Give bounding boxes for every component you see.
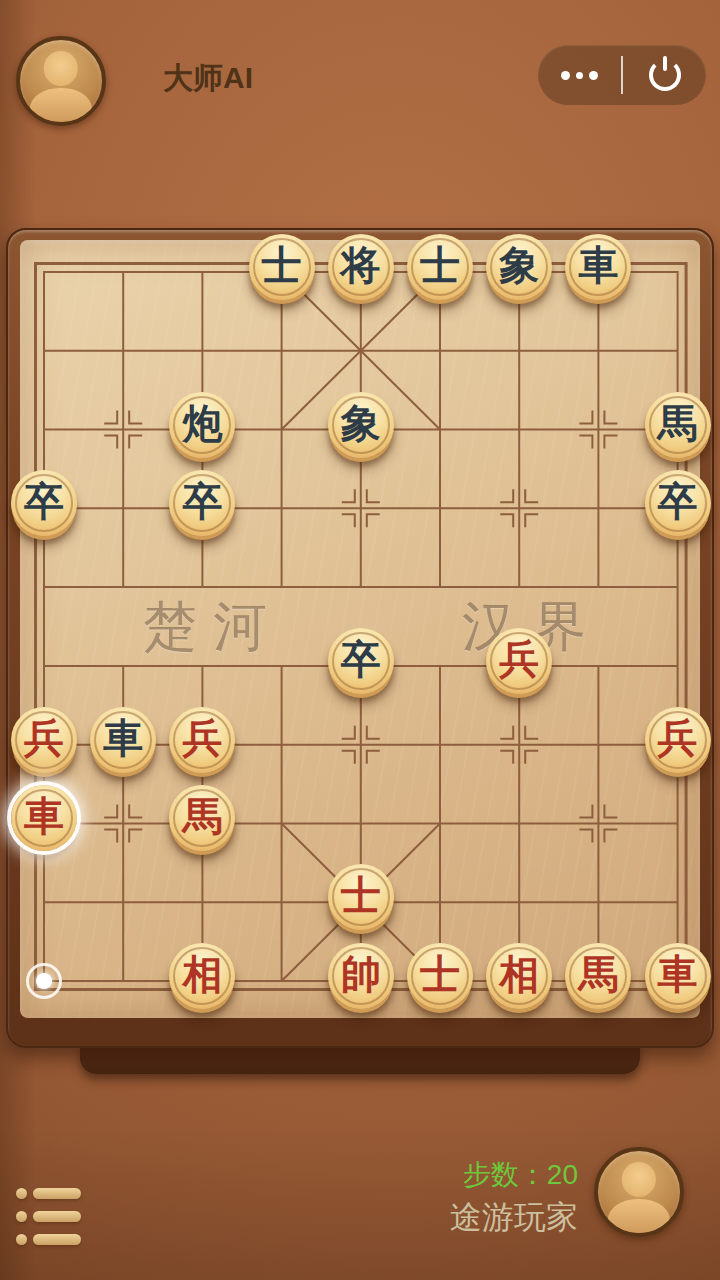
opponent-name: 大师AI [163,58,253,99]
piece-red-馬[interactable]: 馬 [169,785,235,851]
three-dots-icon [561,71,570,80]
piece-black-象[interactable]: 象 [486,234,552,300]
river-label-left: 楚河 [127,591,283,664]
actions-pill [538,45,706,105]
piece-red-車[interactable]: 車 [645,943,711,1009]
piece-red-相[interactable]: 相 [169,943,235,1009]
piece-black-馬[interactable]: 馬 [645,392,711,458]
opponent-avatar [16,36,106,126]
piece-black-士[interactable]: 士 [249,234,315,300]
last-move-origin-marker [26,963,62,999]
player-name: 途游玩家 [450,1196,578,1238]
piece-red-兵[interactable]: 兵 [169,707,235,773]
screen: 大师AI 楚河 汉界 士将士象車炮象馬卒卒卒卒兵兵車兵兵車馬士相帥士相馬車 步数… [0,0,720,1280]
person-silhouette-icon [44,51,78,85]
piece-red-相[interactable]: 相 [486,943,552,1009]
piece-red-馬[interactable]: 馬 [565,943,631,1009]
player-avatar [594,1147,684,1237]
piece-red-兵[interactable]: 兵 [486,628,552,694]
piece-red-車[interactable]: 車 [11,785,77,851]
list-bullets-icon [16,1188,27,1199]
piece-red-士[interactable]: 士 [407,943,473,1009]
piece-black-車[interactable]: 車 [90,707,156,773]
steps-counter: 步数：20 [450,1158,578,1192]
steps-value: 20 [547,1159,578,1190]
piece-red-兵[interactable]: 兵 [645,707,711,773]
more-button[interactable] [538,45,621,105]
piece-black-士[interactable]: 士 [407,234,473,300]
player-info-block: 步数：20 途游玩家 [450,1158,578,1238]
person-silhouette-body [608,1199,670,1237]
person-silhouette-body [30,88,92,126]
steps-label: 步数 [463,1159,519,1190]
steps-colon: ： [519,1159,547,1190]
menu-button[interactable] [16,1188,81,1257]
person-silhouette-icon [622,1162,656,1196]
piece-red-帥[interactable]: 帥 [328,943,394,1009]
piece-black-卒[interactable]: 卒 [11,470,77,536]
piece-black-将[interactable]: 将 [328,234,394,300]
piece-black-車[interactable]: 車 [565,234,631,300]
piece-red-兵[interactable]: 兵 [11,707,77,773]
piece-black-卒[interactable]: 卒 [328,628,394,694]
piece-red-士[interactable]: 士 [328,864,394,930]
power-icon [649,59,681,91]
power-button[interactable] [623,45,706,105]
piece-black-象[interactable]: 象 [328,392,394,458]
piece-black-炮[interactable]: 炮 [169,392,235,458]
piece-black-卒[interactable]: 卒 [645,470,711,536]
piece-black-卒[interactable]: 卒 [169,470,235,536]
